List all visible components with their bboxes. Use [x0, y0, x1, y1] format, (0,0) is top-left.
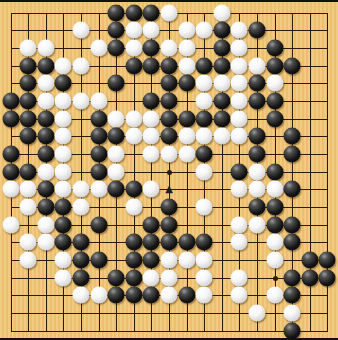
white-stone[interactable] [231, 128, 248, 145]
white-stone[interactable] [231, 181, 248, 198]
black-stone[interactable] [249, 75, 266, 92]
black-stone[interactable] [90, 145, 107, 162]
white-stone[interactable] [231, 92, 248, 109]
black-stone[interactable] [2, 110, 19, 127]
white-stone[interactable] [249, 163, 266, 180]
black-stone[interactable] [108, 128, 125, 145]
black-stone[interactable] [108, 4, 125, 21]
black-stone[interactable] [20, 128, 37, 145]
white-stone[interactable] [55, 269, 72, 286]
white-stone[interactable] [231, 216, 248, 233]
white-stone[interactable] [196, 269, 213, 286]
white-stone[interactable] [196, 22, 213, 39]
black-stone[interactable] [90, 252, 107, 269]
white-stone[interactable] [72, 287, 89, 304]
black-stone[interactable] [284, 322, 301, 339]
black-stone[interactable] [284, 128, 301, 145]
black-stone[interactable] [178, 234, 195, 251]
white-stone[interactable] [284, 305, 301, 322]
black-stone[interactable] [319, 269, 336, 286]
black-stone[interactable] [284, 145, 301, 162]
black-stone[interactable] [20, 92, 37, 109]
white-stone[interactable] [266, 287, 283, 304]
black-stone[interactable] [196, 110, 213, 127]
black-stone[interactable] [196, 145, 213, 162]
white-stone[interactable] [143, 22, 160, 39]
white-stone[interactable] [2, 216, 19, 233]
black-stone[interactable] [160, 216, 177, 233]
black-stone[interactable] [143, 92, 160, 109]
black-stone[interactable] [37, 57, 54, 74]
white-stone[interactable] [231, 75, 248, 92]
black-stone[interactable] [249, 198, 266, 215]
white-stone[interactable] [37, 75, 54, 92]
white-stone[interactable] [2, 181, 19, 198]
black-stone[interactable] [143, 39, 160, 56]
black-stone[interactable] [2, 92, 19, 109]
grid-line-horizontal [11, 331, 329, 332]
black-stone[interactable] [160, 110, 177, 127]
black-stone[interactable] [284, 287, 301, 304]
white-stone[interactable] [125, 22, 142, 39]
white-stone[interactable] [266, 234, 283, 251]
black-stone[interactable] [160, 128, 177, 145]
black-stone[interactable] [196, 57, 213, 74]
black-stone[interactable] [249, 22, 266, 39]
black-stone[interactable] [20, 163, 37, 180]
white-stone[interactable] [72, 57, 89, 74]
black-stone[interactable] [2, 163, 19, 180]
white-stone[interactable] [37, 92, 54, 109]
black-stone[interactable] [125, 269, 142, 286]
white-stone[interactable] [37, 216, 54, 233]
black-stone[interactable] [20, 110, 37, 127]
black-stone[interactable] [301, 252, 318, 269]
black-stone[interactable] [213, 22, 230, 39]
white-stone[interactable] [231, 22, 248, 39]
white-stone[interactable] [196, 92, 213, 109]
black-stone[interactable] [213, 39, 230, 56]
black-stone[interactable] [55, 198, 72, 215]
black-stone[interactable] [55, 216, 72, 233]
go-app-window: ▲ [0, 0, 338, 340]
white-stone[interactable] [108, 145, 125, 162]
white-stone[interactable] [55, 110, 72, 127]
black-stone[interactable] [143, 287, 160, 304]
white-stone[interactable] [125, 39, 142, 56]
white-stone[interactable] [160, 287, 177, 304]
black-stone[interactable] [90, 216, 107, 233]
white-stone[interactable] [143, 128, 160, 145]
black-stone[interactable] [90, 128, 107, 145]
black-stone[interactable] [72, 252, 89, 269]
white-stone[interactable] [178, 252, 195, 269]
black-stone[interactable] [125, 234, 142, 251]
white-stone[interactable] [249, 181, 266, 198]
black-stone[interactable] [37, 145, 54, 162]
white-stone[interactable] [72, 22, 89, 39]
white-stone[interactable] [231, 287, 248, 304]
white-stone[interactable] [90, 287, 107, 304]
black-stone[interactable] [266, 39, 283, 56]
black-stone[interactable] [160, 234, 177, 251]
white-stone[interactable] [55, 57, 72, 74]
white-stone[interactable] [213, 4, 230, 21]
white-stone[interactable] [196, 128, 213, 145]
black-stone[interactable] [213, 57, 230, 74]
black-stone[interactable] [266, 198, 283, 215]
white-stone[interactable] [231, 234, 248, 251]
white-stone[interactable] [231, 39, 248, 56]
white-stone[interactable] [143, 181, 160, 198]
white-stone[interactable] [196, 163, 213, 180]
white-stone[interactable] [249, 57, 266, 74]
black-stone[interactable] [160, 75, 177, 92]
white-stone[interactable] [55, 163, 72, 180]
black-stone[interactable] [20, 57, 37, 74]
black-stone[interactable] [55, 75, 72, 92]
white-stone[interactable] [37, 234, 54, 251]
white-stone[interactable] [55, 92, 72, 109]
black-stone[interactable] [143, 4, 160, 21]
black-stone[interactable] [266, 163, 283, 180]
black-stone[interactable] [143, 57, 160, 74]
white-stone[interactable] [125, 110, 142, 127]
black-stone[interactable] [72, 269, 89, 286]
white-stone[interactable] [266, 75, 283, 92]
white-stone[interactable] [125, 198, 142, 215]
white-stone[interactable] [55, 145, 72, 162]
black-stone[interactable] [125, 181, 142, 198]
black-stone[interactable] [178, 110, 195, 127]
white-stone[interactable] [20, 198, 37, 215]
white-stone[interactable] [143, 145, 160, 162]
white-stone[interactable] [55, 181, 72, 198]
black-stone[interactable] [284, 216, 301, 233]
white-stone[interactable] [37, 163, 54, 180]
black-stone[interactable] [55, 234, 72, 251]
white-stone[interactable] [125, 128, 142, 145]
black-stone[interactable] [37, 181, 54, 198]
black-stone[interactable] [319, 252, 336, 269]
black-stone[interactable] [143, 216, 160, 233]
triangle-marker-icon: ▲ [164, 184, 174, 194]
white-stone[interactable] [160, 39, 177, 56]
white-stone[interactable] [108, 163, 125, 180]
white-stone[interactable] [108, 110, 125, 127]
black-stone[interactable] [266, 92, 283, 109]
black-stone[interactable] [108, 39, 125, 56]
black-stone[interactable] [108, 269, 125, 286]
black-stone[interactable] [108, 287, 125, 304]
white-stone[interactable] [55, 128, 72, 145]
white-stone[interactable] [178, 57, 195, 74]
star-point [167, 170, 172, 175]
black-stone[interactable] [160, 57, 177, 74]
black-stone[interactable] [72, 234, 89, 251]
white-stone[interactable] [72, 92, 89, 109]
white-stone[interactable] [143, 269, 160, 286]
white-stone[interactable] [160, 252, 177, 269]
white-stone[interactable] [249, 305, 266, 322]
white-stone[interactable] [266, 252, 283, 269]
go-board[interactable]: ▲ [0, 2, 338, 338]
white-stone[interactable] [178, 145, 195, 162]
black-stone[interactable] [160, 198, 177, 215]
white-stone[interactable] [249, 216, 266, 233]
white-stone[interactable] [20, 252, 37, 269]
white-stone[interactable] [178, 22, 195, 39]
white-stone[interactable] [72, 198, 89, 215]
black-stone[interactable] [249, 145, 266, 162]
black-stone[interactable] [125, 4, 142, 21]
white-stone[interactable] [55, 252, 72, 269]
black-stone[interactable] [2, 145, 19, 162]
black-stone[interactable] [301, 269, 318, 286]
white-stone[interactable] [231, 57, 248, 74]
black-stone[interactable] [249, 128, 266, 145]
black-stone[interactable] [20, 75, 37, 92]
black-stone[interactable] [90, 163, 107, 180]
black-stone[interactable] [284, 181, 301, 198]
grid-line-horizontal [11, 313, 329, 314]
black-stone[interactable] [213, 92, 230, 109]
white-stone[interactable] [160, 145, 177, 162]
white-stone[interactable] [90, 181, 107, 198]
black-stone[interactable] [125, 287, 142, 304]
black-stone[interactable] [90, 110, 107, 127]
white-stone[interactable] [178, 128, 195, 145]
white-stone[interactable] [90, 39, 107, 56]
white-stone[interactable] [213, 75, 230, 92]
black-stone[interactable] [160, 92, 177, 109]
black-stone[interactable] [125, 57, 142, 74]
white-stone[interactable] [72, 181, 89, 198]
black-stone[interactable] [178, 287, 195, 304]
black-stone[interactable] [284, 234, 301, 251]
black-stone[interactable] [143, 252, 160, 269]
white-stone[interactable] [90, 92, 107, 109]
black-stone[interactable] [266, 216, 283, 233]
white-stone[interactable] [196, 287, 213, 304]
white-stone[interactable] [20, 234, 37, 251]
white-stone[interactable] [20, 181, 37, 198]
black-stone[interactable] [143, 234, 160, 251]
white-stone[interactable] [143, 110, 160, 127]
black-stone[interactable] [178, 75, 195, 92]
white-stone[interactable] [196, 252, 213, 269]
black-stone[interactable] [37, 110, 54, 127]
black-stone[interactable] [108, 181, 125, 198]
black-stone[interactable] [37, 198, 54, 215]
black-stone[interactable] [213, 110, 230, 127]
white-stone[interactable] [213, 128, 230, 145]
white-stone[interactable] [160, 4, 177, 21]
black-stone[interactable] [37, 128, 54, 145]
white-stone[interactable] [37, 39, 54, 56]
black-stone[interactable] [284, 57, 301, 74]
black-stone[interactable] [125, 252, 142, 269]
white-stone[interactable] [20, 39, 37, 56]
white-stone[interactable] [231, 269, 248, 286]
black-stone[interactable] [284, 269, 301, 286]
white-stone[interactable] [231, 110, 248, 127]
white-stone[interactable] [266, 181, 283, 198]
black-stone[interactable] [266, 57, 283, 74]
black-stone[interactable] [108, 22, 125, 39]
star-point [273, 276, 278, 281]
black-stone[interactable] [196, 234, 213, 251]
black-stone[interactable] [108, 75, 125, 92]
white-stone[interactable] [196, 198, 213, 215]
white-stone[interactable] [196, 75, 213, 92]
white-stone[interactable] [160, 269, 177, 286]
black-stone[interactable] [249, 92, 266, 109]
black-stone[interactable] [231, 163, 248, 180]
black-stone[interactable] [266, 110, 283, 127]
white-stone[interactable] [178, 39, 195, 56]
